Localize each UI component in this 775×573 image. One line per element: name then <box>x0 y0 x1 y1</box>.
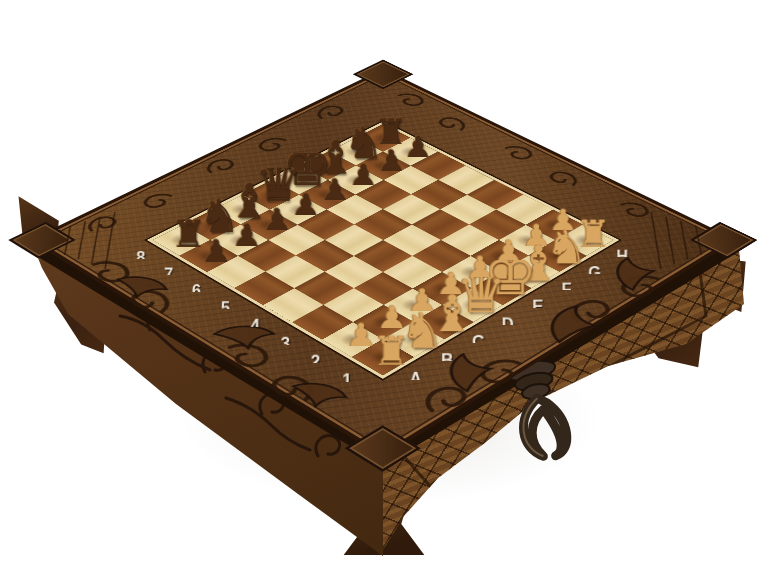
table-top: 87654321 ABCDEFGH ♜♞♝♛♚♝♞♜♟♟♟♟♟♟♟♟♟♟♟♟♟♟… <box>29 69 736 457</box>
chess-set-photo: 87654321 ABCDEFGH ♜♞♝♛♚♝♞♜♟♟♟♟♟♟♟♟♟♟♟♟♟♟… <box>0 0 775 573</box>
file-label-text: C <box>472 333 484 352</box>
file-label-text: D <box>502 315 514 334</box>
file-label-text: B <box>441 351 453 370</box>
rank-label-text: 4 <box>250 317 259 336</box>
file-label-text: G <box>588 264 601 282</box>
rank-label-text: 2 <box>311 353 321 372</box>
rank-label-text: 7 <box>164 266 173 284</box>
rank-label-text: 1 <box>342 371 352 391</box>
rank-label-text: 5 <box>221 299 230 318</box>
board-scene: 87654321 ABCDEFGH ♜♞♝♛♚♝♞♜♟♟♟♟♟♟♟♟♟♟♟♟♟♟… <box>0 0 775 573</box>
rank-label-text: 3 <box>280 335 289 354</box>
